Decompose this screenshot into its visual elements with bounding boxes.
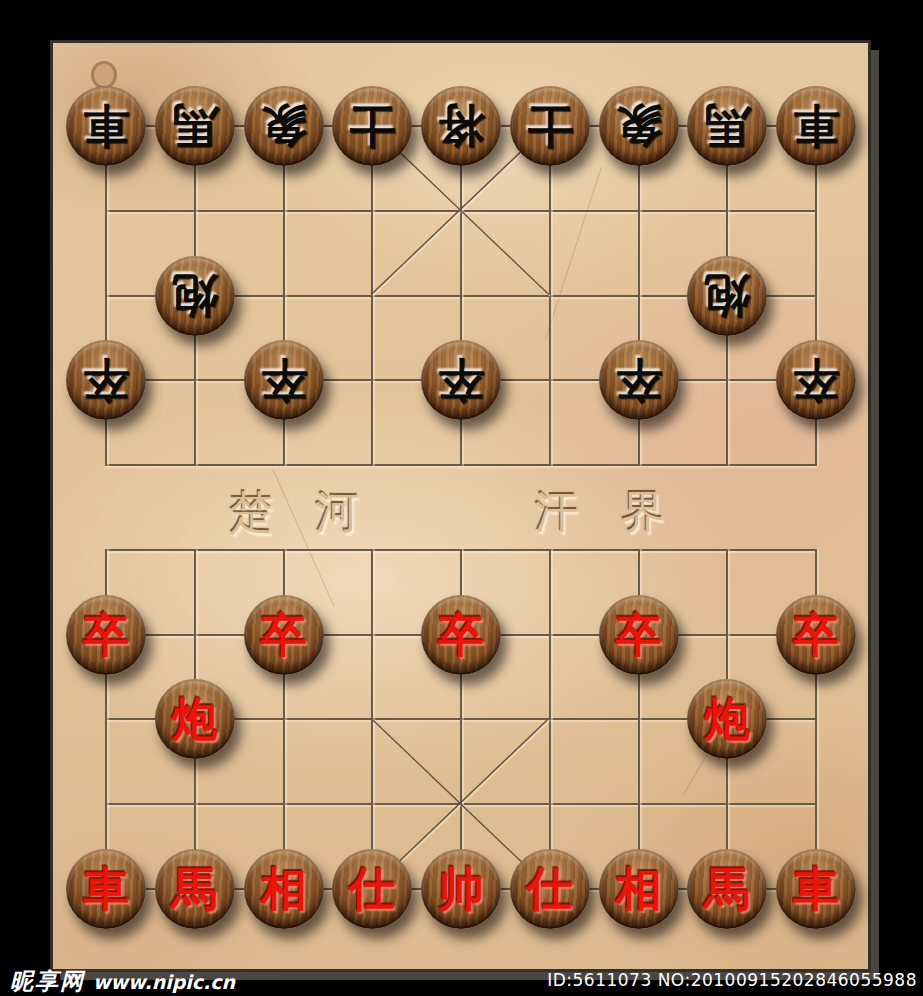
piece-glyph: 車 [793, 103, 839, 149]
piece-glyph: 炮 [172, 696, 218, 742]
piece-red-卒-file3-rank6[interactable]: 卒 [244, 595, 324, 675]
piece-black-馬-file2-rank0[interactable]: 馬 [155, 86, 235, 166]
piece-glyph: 馬 [704, 103, 750, 149]
piece-black-炮-file2-rank2[interactable]: 炮 [155, 256, 235, 336]
piece-glyph: 卒 [83, 357, 129, 403]
piece-black-炮-file8-rank2[interactable]: 炮 [687, 256, 767, 336]
piece-glyph: 炮 [704, 696, 750, 742]
piece-black-将-file5-rank0[interactable]: 将 [421, 86, 501, 166]
image-id-text: ID:5611073 NO:20100915202846055988 [547, 970, 917, 990]
piece-black-士-file4-rank0[interactable]: 士 [332, 86, 412, 166]
piece-glyph: 卒 [793, 612, 839, 658]
piece-red-帅-file5-rank9[interactable]: 帅 [421, 849, 501, 929]
piece-red-炮-file2-rank7[interactable]: 炮 [155, 679, 235, 759]
piece-glyph: 相 [616, 866, 662, 912]
piece-red-車-file9-rank9[interactable]: 車 [776, 849, 856, 929]
piece-glyph: 車 [83, 103, 129, 149]
footer-bar: 昵享网www.nipic.cn ID:5611073 NO:2010091520… [0, 963, 923, 996]
piece-red-仕-file4-rank9[interactable]: 仕 [332, 849, 412, 929]
piece-black-卒-file7-rank3[interactable]: 卒 [599, 340, 679, 420]
piece-glyph: 卒 [261, 357, 307, 403]
piece-glyph: 卒 [83, 612, 129, 658]
piece-glyph: 士 [349, 103, 395, 149]
piece-glyph: 象 [261, 103, 307, 149]
piece-black-卒-file5-rank3[interactable]: 卒 [421, 340, 501, 420]
xiangqi-board: 楚河 汗界 車馬象士将士象馬車炮炮卒卒卒卒卒卒卒卒卒卒炮炮車馬相仕帅仕相馬車 [53, 43, 868, 969]
piece-glyph: 将 [438, 103, 484, 149]
piece-glyph: 仕 [527, 866, 573, 912]
site-credit: 昵享网www.nipic.cn [10, 966, 235, 996]
piece-glyph: 相 [261, 866, 307, 912]
piece-glyph: 炮 [704, 273, 750, 319]
piece-glyph: 帅 [438, 866, 484, 912]
piece-black-卒-file9-rank3[interactable]: 卒 [776, 340, 856, 420]
piece-glyph: 馬 [704, 866, 750, 912]
grid-file-line [371, 549, 373, 890]
piece-red-相-file3-rank9[interactable]: 相 [244, 849, 324, 929]
piece-black-象-file3-rank0[interactable]: 象 [244, 86, 324, 166]
piece-glyph: 馬 [172, 103, 218, 149]
piece-glyph: 象 [616, 103, 662, 149]
piece-glyph: 卒 [438, 612, 484, 658]
piece-red-炮-file8-rank7[interactable]: 炮 [687, 679, 767, 759]
piece-black-士-file6-rank0[interactable]: 士 [510, 86, 590, 166]
piece-red-仕-file6-rank9[interactable]: 仕 [510, 849, 590, 929]
river-label-right: 汗界 [535, 483, 707, 542]
marble-crack [545, 167, 602, 338]
piece-glyph: 卒 [438, 357, 484, 403]
grid-file-line [549, 125, 551, 466]
piece-black-卒-file1-rank3[interactable]: 卒 [66, 340, 146, 420]
piece-red-車-file1-rank9[interactable]: 車 [66, 849, 146, 929]
piece-black-車-file1-rank0[interactable]: 車 [66, 86, 146, 166]
piece-glyph: 卒 [616, 612, 662, 658]
piece-black-馬-file8-rank0[interactable]: 馬 [687, 86, 767, 166]
piece-red-卒-file7-rank6[interactable]: 卒 [599, 595, 679, 675]
piece-glyph: 炮 [172, 273, 218, 319]
piece-red-馬-file2-rank9[interactable]: 馬 [155, 849, 235, 929]
piece-red-卒-file1-rank6[interactable]: 卒 [66, 595, 146, 675]
piece-red-馬-file8-rank9[interactable]: 馬 [687, 849, 767, 929]
piece-glyph: 仕 [349, 866, 395, 912]
piece-glyph: 卒 [793, 357, 839, 403]
piece-glyph: 車 [83, 866, 129, 912]
river-label-left: 楚河 [229, 483, 401, 542]
piece-black-象-file7-rank0[interactable]: 象 [599, 86, 679, 166]
marble-blemish [91, 61, 117, 89]
grid-file-line [371, 125, 373, 466]
piece-black-卒-file3-rank3[interactable]: 卒 [244, 340, 324, 420]
piece-red-卒-file9-rank6[interactable]: 卒 [776, 595, 856, 675]
site-logo: 昵享网 [10, 968, 85, 994]
piece-red-卒-file5-rank6[interactable]: 卒 [421, 595, 501, 675]
piece-red-相-file7-rank9[interactable]: 相 [599, 849, 679, 929]
piece-glyph: 卒 [616, 357, 662, 403]
piece-glyph: 卒 [261, 612, 307, 658]
piece-glyph: 車 [793, 866, 839, 912]
piece-glyph: 士 [527, 103, 573, 149]
grid-file-line [549, 549, 551, 890]
piece-glyph: 馬 [172, 866, 218, 912]
piece-black-車-file9-rank0[interactable]: 車 [776, 86, 856, 166]
site-url[interactable]: www.nipic.cn [93, 971, 235, 993]
xiangqi-screenshot: { "game": "xiangqi", "position": { "fen"… [0, 0, 923, 996]
